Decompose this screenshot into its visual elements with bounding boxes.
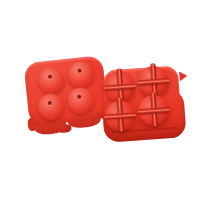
lid-top-surface <box>23 55 108 126</box>
tray-side-tab <box>179 71 188 82</box>
dome-cavity <box>37 66 66 95</box>
dome-cavity <box>67 60 96 89</box>
dome-cavity <box>66 86 95 115</box>
vent-hole <box>77 94 81 98</box>
vent-hole <box>78 68 82 72</box>
dome-cavity <box>37 93 66 122</box>
vent-hole <box>48 100 52 104</box>
product-photo <box>0 0 200 200</box>
ice-ball-tray <box>97 59 188 145</box>
vent-hole <box>48 74 52 78</box>
